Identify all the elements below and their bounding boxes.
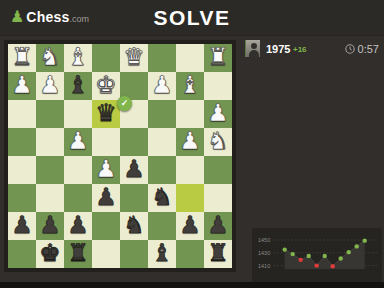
square-f7[interactable]: ♟ <box>64 212 92 240</box>
square-c2[interactable]: ♟ <box>148 72 176 100</box>
square-c6[interactable]: ♞ <box>148 184 176 212</box>
square-g7[interactable]: ♟ <box>36 212 64 240</box>
square-c8[interactable]: ♝ <box>148 240 176 268</box>
chess-board[interactable]: ♜♞♝♛♜♟♟♝♚♟♝♛♟♟♟♞♟♟♟♞♟♟♟♞♟♟♚♜♝♜ <box>8 44 232 268</box>
square-b8[interactable] <box>176 240 204 268</box>
white-pawn-g2[interactable]: ♟ <box>36 71 64 99</box>
white-pawn-b4[interactable]: ♟ <box>176 127 204 155</box>
correct-move-check-badge: ✓ <box>117 96 132 111</box>
ytick-label-1450: 1450 <box>258 237 270 243</box>
rating-history-chart: 145014301410 <box>252 228 382 283</box>
square-b6[interactable] <box>176 184 204 212</box>
square-b4[interactable]: ♟ <box>176 128 204 156</box>
puzzle-result-dot-4-pass <box>307 254 311 258</box>
square-g4[interactable] <box>36 128 64 156</box>
black-pawn-a7[interactable]: ♟ <box>204 211 232 239</box>
square-g6[interactable] <box>36 184 64 212</box>
puzzle-result-dot-8-pass <box>339 256 343 260</box>
square-f3[interactable] <box>64 100 92 128</box>
avatar-head-shape <box>251 43 257 49</box>
puzzle-result-dot-11-pass <box>363 238 367 242</box>
square-g3[interactable] <box>36 100 64 128</box>
clock-icon <box>345 44 355 54</box>
square-b2[interactable]: ♝ <box>176 72 204 100</box>
square-h6[interactable] <box>8 184 36 212</box>
square-d4[interactable] <box>120 128 148 156</box>
black-rook-a8[interactable]: ♜ <box>204 239 232 267</box>
square-h2[interactable]: ♟ <box>8 72 36 100</box>
square-e7[interactable] <box>92 212 120 240</box>
white-knight-g1[interactable]: ♞ <box>36 43 64 71</box>
square-a8[interactable]: ♜ <box>204 240 232 268</box>
page-title: SOLVE <box>0 6 384 30</box>
square-g1[interactable]: ♞ <box>36 44 64 72</box>
square-d1[interactable]: ♛ <box>120 44 148 72</box>
black-rook-f8[interactable]: ♜ <box>64 239 92 267</box>
square-b7[interactable]: ♟ <box>176 212 204 240</box>
puzzle-result-dot-5-fail <box>315 263 319 267</box>
square-a7[interactable]: ♟ <box>204 212 232 240</box>
black-bishop-c8[interactable]: ♝ <box>148 239 176 267</box>
square-a4[interactable]: ♞ <box>204 128 232 156</box>
square-e5[interactable]: ♟ <box>92 156 120 184</box>
square-d7[interactable]: ♞ <box>120 212 148 240</box>
square-h4[interactable] <box>8 128 36 156</box>
white-pawn-c2[interactable]: ♟ <box>148 71 176 99</box>
square-c4[interactable] <box>148 128 176 156</box>
white-pawn-a3[interactable]: ♟ <box>204 99 232 127</box>
white-pawn-h2[interactable]: ♟ <box>8 71 36 99</box>
black-queen-e3[interactable]: ♛ <box>92 99 120 127</box>
ytick-label-1430: 1430 <box>258 250 270 256</box>
white-bishop-b2[interactable]: ♝ <box>176 71 204 99</box>
white-rook-a1[interactable]: ♜ <box>204 43 232 71</box>
square-b5[interactable] <box>176 156 204 184</box>
square-b1[interactable] <box>176 44 204 72</box>
puzzle-result-dot-7-fail <box>331 264 335 268</box>
square-f8[interactable]: ♜ <box>64 240 92 268</box>
white-knight-a4[interactable]: ♞ <box>204 127 232 155</box>
square-b3[interactable] <box>176 100 204 128</box>
black-pawn-d5[interactable]: ♟ <box>120 155 148 183</box>
black-pawn-b7[interactable]: ♟ <box>176 211 204 239</box>
square-h1[interactable]: ♜ <box>8 44 36 72</box>
header-bar: ♟ Chess .com SOLVE <box>0 0 384 36</box>
square-g8[interactable]: ♚ <box>36 240 64 268</box>
square-h7[interactable]: ♟ <box>8 212 36 240</box>
square-g5[interactable] <box>36 156 64 184</box>
square-h8[interactable] <box>8 240 36 268</box>
black-pawn-e6[interactable]: ♟ <box>92 183 120 211</box>
puzzle-result-dot-6-pass <box>323 254 327 258</box>
puzzle-result-dot-1-pass <box>283 247 287 251</box>
ytick-label-1410: 1410 <box>258 263 270 269</box>
puzzle-result-dot-2-pass <box>291 252 295 256</box>
rating-graph-panel: 145014301410 <box>252 228 382 283</box>
square-e1[interactable] <box>92 44 120 72</box>
square-h3[interactable] <box>8 100 36 128</box>
puzzle-result-dot-10-pass <box>355 244 359 248</box>
square-e3[interactable]: ♛ <box>92 100 120 128</box>
square-a5[interactable] <box>204 156 232 184</box>
white-king-e2[interactable]: ♚ <box>92 71 120 99</box>
puzzle-result-dot-3-fail <box>299 258 303 262</box>
square-e8[interactable] <box>92 240 120 268</box>
square-d5[interactable]: ♟ <box>120 156 148 184</box>
square-e4[interactable] <box>92 128 120 156</box>
black-pawn-g7[interactable]: ♟ <box>36 211 64 239</box>
black-knight-d7[interactable]: ♞ <box>120 211 148 239</box>
square-e2[interactable]: ♚ <box>92 72 120 100</box>
puzzle-result-dot-9-pass <box>347 250 351 254</box>
player-info-row: 1975 +16 0:57 <box>245 40 381 58</box>
avatar[interactable] <box>245 40 260 57</box>
square-f2[interactable]: ♝ <box>64 72 92 100</box>
square-f6[interactable] <box>64 184 92 212</box>
white-pawn-e5[interactable]: ♟ <box>92 155 120 183</box>
bottom-edge-strip <box>0 282 384 288</box>
square-g2[interactable]: ♟ <box>36 72 64 100</box>
black-king-g8[interactable]: ♚ <box>36 239 64 267</box>
square-d6[interactable] <box>120 184 148 212</box>
black-knight-c6[interactable]: ♞ <box>148 183 176 211</box>
square-a2[interactable] <box>204 72 232 100</box>
timer-value: 0:57 <box>358 43 379 55</box>
white-queen-d1[interactable]: ♛ <box>120 43 148 71</box>
square-c5[interactable] <box>148 156 176 184</box>
black-pawn-h7[interactable]: ♟ <box>8 211 36 239</box>
square-f1[interactable]: ♝ <box>64 44 92 72</box>
square-h5[interactable] <box>8 156 36 184</box>
puzzle-timer: 0:57 <box>345 43 379 55</box>
puzzle-rating: 1975 <box>266 43 290 55</box>
square-a3[interactable]: ♟ <box>204 100 232 128</box>
square-a6[interactable] <box>204 184 232 212</box>
black-pawn-f7[interactable]: ♟ <box>64 211 92 239</box>
square-f5[interactable] <box>64 156 92 184</box>
square-f4[interactable]: ♟ <box>64 128 92 156</box>
white-pawn-f4[interactable]: ♟ <box>64 127 92 155</box>
square-d8[interactable] <box>120 240 148 268</box>
square-e6[interactable]: ♟ <box>92 184 120 212</box>
square-c3[interactable] <box>148 100 176 128</box>
white-bishop-f1[interactable]: ♝ <box>64 43 92 71</box>
square-a1[interactable]: ♜ <box>204 44 232 72</box>
rating-delta-badge: +16 <box>293 45 307 54</box>
black-bishop-f2[interactable]: ♝ <box>64 71 92 99</box>
white-rook-h1[interactable]: ♜ <box>8 43 36 71</box>
square-c7[interactable] <box>148 212 176 240</box>
avatar-body-shape <box>249 50 259 57</box>
square-c1[interactable] <box>148 44 176 72</box>
